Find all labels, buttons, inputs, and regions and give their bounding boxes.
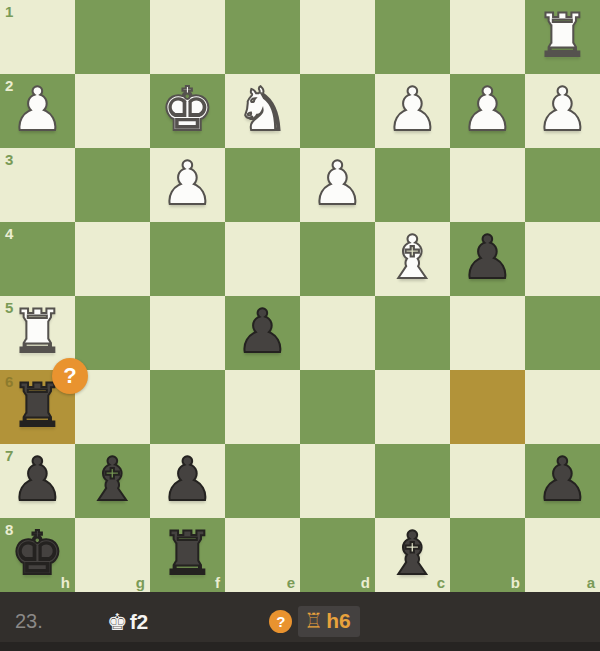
square-g7[interactable]: ♝ <box>75 444 150 518</box>
square-b8[interactable]: b <box>450 518 525 592</box>
square-d7[interactable] <box>300 444 375 518</box>
square-g2[interactable] <box>75 74 150 148</box>
mistake-question-icon: ? <box>269 610 292 633</box>
white-pawn[interactable]: ♟ <box>0 72 75 146</box>
white-rook[interactable]: ♜ <box>525 0 600 72</box>
black-move[interactable]: ♖h6 <box>298 606 359 637</box>
white-pawn[interactable]: ♟ <box>525 72 600 146</box>
black-pawn[interactable]: ♟ <box>150 442 225 516</box>
square-h8[interactable]: 8h♚ <box>0 518 75 592</box>
rank-label-4: 4 <box>5 225 13 242</box>
square-e5[interactable]: ♟ <box>225 296 300 370</box>
white-move[interactable]: ♚f2 <box>107 609 148 635</box>
rank-label-3: 3 <box>5 151 13 168</box>
square-d3[interactable]: ♟ <box>300 148 375 222</box>
square-f8[interactable]: f♜ <box>150 518 225 592</box>
black-bishop[interactable]: ♝ <box>375 516 450 590</box>
square-g3[interactable] <box>75 148 150 222</box>
file-label-a: a <box>587 574 595 591</box>
square-h3[interactable]: 3 <box>0 148 75 222</box>
square-c4[interactable]: ♝ <box>375 222 450 296</box>
white-rook[interactable]: ♜ <box>0 294 75 368</box>
black-rook[interactable]: ♜ <box>150 516 225 590</box>
black-pawn[interactable]: ♟ <box>0 442 75 516</box>
square-f4[interactable] <box>150 222 225 296</box>
square-e6[interactable] <box>225 370 300 444</box>
square-e2[interactable]: ♞ <box>225 74 300 148</box>
square-c1[interactable] <box>375 0 450 74</box>
square-a5[interactable] <box>525 296 600 370</box>
square-e7[interactable] <box>225 444 300 518</box>
square-d8[interactable]: d <box>300 518 375 592</box>
square-a6[interactable] <box>525 370 600 444</box>
square-f7[interactable]: ♟ <box>150 444 225 518</box>
black-bishop[interactable]: ♝ <box>75 442 150 516</box>
square-e8[interactable]: e <box>225 518 300 592</box>
black-move-group: ? ♖h6 <box>269 606 359 637</box>
file-label-d: d <box>361 574 370 591</box>
white-king-figurine: ♚ <box>107 609 128 635</box>
square-a4[interactable] <box>525 222 600 296</box>
square-c5[interactable] <box>375 296 450 370</box>
white-move-text: f2 <box>130 610 149 634</box>
square-a3[interactable] <box>525 148 600 222</box>
square-e4[interactable] <box>225 222 300 296</box>
square-d4[interactable] <box>300 222 375 296</box>
white-pawn[interactable]: ♟ <box>450 72 525 146</box>
square-f3[interactable]: ♟ <box>150 148 225 222</box>
white-knight[interactable]: ♞ <box>225 72 300 146</box>
square-b5[interactable] <box>450 296 525 370</box>
file-label-g: g <box>136 574 145 591</box>
square-g1[interactable] <box>75 0 150 74</box>
square-c7[interactable] <box>375 444 450 518</box>
black-rook-figurine: ♖ <box>304 609 323 633</box>
app-screen: 1♜2♟♚♞♟♟♟3♟♟4♝♟5♜♟6♜7♟♝♟♟8h♚gf♜edc♝ba? 2… <box>0 0 600 651</box>
square-f2[interactable]: ♚ <box>150 74 225 148</box>
move-list-bar: 23. ♚f2 ? ♖h6 <box>0 592 600 651</box>
black-move-text: h6 <box>326 609 351 633</box>
white-king[interactable]: ♚ <box>150 72 225 146</box>
square-a1[interactable]: ♜ <box>525 0 600 74</box>
square-c2[interactable]: ♟ <box>375 74 450 148</box>
move-number: 23. <box>15 610 49 633</box>
move-classification-badge: ? <box>52 358 88 394</box>
square-h4[interactable]: 4 <box>0 222 75 296</box>
square-h1[interactable]: 1 <box>0 0 75 74</box>
white-pawn[interactable]: ♟ <box>375 72 450 146</box>
white-pawn[interactable]: ♟ <box>300 146 375 220</box>
square-b6[interactable] <box>450 370 525 444</box>
rank-label-1: 1 <box>5 3 13 20</box>
square-h7[interactable]: 7♟ <box>0 444 75 518</box>
square-b4[interactable]: ♟ <box>450 222 525 296</box>
square-b3[interactable] <box>450 148 525 222</box>
square-f5[interactable] <box>150 296 225 370</box>
square-b7[interactable] <box>450 444 525 518</box>
square-b1[interactable] <box>450 0 525 74</box>
square-d6[interactable] <box>300 370 375 444</box>
bottom-strip <box>0 642 600 651</box>
square-g8[interactable]: g <box>75 518 150 592</box>
square-g4[interactable] <box>75 222 150 296</box>
black-king[interactable]: ♚ <box>0 516 75 590</box>
square-g5[interactable] <box>75 296 150 370</box>
square-e3[interactable] <box>225 148 300 222</box>
file-label-b: b <box>511 574 520 591</box>
square-h2[interactable]: 2♟ <box>0 74 75 148</box>
square-c8[interactable]: c♝ <box>375 518 450 592</box>
file-label-e: e <box>287 574 295 591</box>
square-c6[interactable] <box>375 370 450 444</box>
square-d2[interactable] <box>300 74 375 148</box>
white-bishop[interactable]: ♝ <box>375 220 450 294</box>
square-a8[interactable]: a <box>525 518 600 592</box>
square-b2[interactable]: ♟ <box>450 74 525 148</box>
black-pawn[interactable]: ♟ <box>225 294 300 368</box>
black-pawn[interactable]: ♟ <box>450 220 525 294</box>
square-d1[interactable] <box>300 0 375 74</box>
white-pawn[interactable]: ♟ <box>150 146 225 220</box>
square-c3[interactable] <box>375 148 450 222</box>
square-e1[interactable] <box>225 0 300 74</box>
chess-board: 1♜2♟♚♞♟♟♟3♟♟4♝♟5♜♟6♜7♟♝♟♟8h♚gf♜edc♝ba? <box>0 0 600 592</box>
black-pawn[interactable]: ♟ <box>525 442 600 516</box>
square-f6[interactable] <box>150 370 225 444</box>
square-a2[interactable]: ♟ <box>525 74 600 148</box>
square-f1[interactable] <box>150 0 225 74</box>
square-a7[interactable]: ♟ <box>525 444 600 518</box>
square-d5[interactable] <box>300 296 375 370</box>
